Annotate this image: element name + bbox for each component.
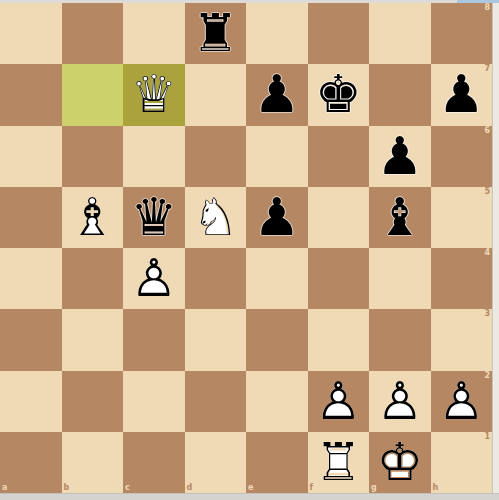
square-c6[interactable] (123, 126, 185, 187)
square-d7[interactable] (185, 64, 247, 125)
white-king[interactable]: ♚♔ (369, 432, 431, 493)
square-c3[interactable] (123, 309, 185, 370)
square-a8[interactable] (0, 3, 62, 64)
square-a1[interactable]: a (0, 432, 62, 493)
rank-label-6: 6 (484, 127, 490, 135)
file-label-e: e (248, 484, 253, 492)
square-a6[interactable] (0, 126, 62, 187)
square-e6[interactable] (246, 126, 308, 187)
white-bishop[interactable]: ♝♗ (62, 187, 124, 248)
square-e5[interactable]: ♟ (246, 187, 308, 248)
square-d3[interactable] (185, 309, 247, 370)
square-h8[interactable]: 8 (431, 3, 493, 64)
rank-label-4: 4 (484, 249, 490, 257)
square-g1[interactable]: g♚♔ (369, 432, 431, 493)
square-a7[interactable] (0, 64, 62, 125)
square-e7[interactable]: ♟ (246, 64, 308, 125)
white-pawn[interactable]: ♟♙ (431, 371, 493, 432)
bottom-strip (0, 493, 499, 500)
square-a5[interactable] (0, 187, 62, 248)
rank-label-5: 5 (484, 188, 490, 196)
rank-label-8: 8 (484, 4, 490, 12)
square-d8[interactable]: ♜ (185, 3, 247, 64)
file-label-b: b (64, 484, 70, 492)
square-f5[interactable] (308, 187, 370, 248)
black-pawn[interactable]: ♟ (431, 64, 493, 125)
white-pawn[interactable]: ♟♙ (123, 248, 185, 309)
square-c7[interactable]: ♛♕ (123, 64, 185, 125)
chess-board: ♜8♛♕♟♚7♟♟6♝♗♛♞♘♟♝5♟♙43♟♙♟♙2♟♙abcdef♜♖g♚♔… (0, 3, 492, 493)
square-f4[interactable] (308, 248, 370, 309)
black-bishop[interactable]: ♝ (369, 187, 431, 248)
square-g6[interactable]: ♟ (369, 126, 431, 187)
square-b6[interactable] (62, 126, 124, 187)
black-queen[interactable]: ♛ (123, 187, 185, 248)
square-g2[interactable]: ♟♙ (369, 371, 431, 432)
black-rook[interactable]: ♜ (185, 3, 247, 64)
rank-label-3: 3 (484, 310, 490, 318)
file-label-c: c (125, 484, 130, 492)
black-pawn[interactable]: ♟ (246, 187, 308, 248)
black-pawn[interactable]: ♟ (246, 64, 308, 125)
square-f7[interactable]: ♚ (308, 64, 370, 125)
black-king[interactable]: ♚ (308, 64, 370, 125)
square-e4[interactable] (246, 248, 308, 309)
white-queen[interactable]: ♛♕ (123, 64, 185, 125)
square-h1[interactable]: 1h (431, 432, 493, 493)
square-e3[interactable] (246, 309, 308, 370)
page: ♜8♛♕♟♚7♟♟6♝♗♛♞♘♟♝5♟♙43♟♙♟♙2♟♙abcdef♜♖g♚♔… (0, 0, 499, 500)
square-g4[interactable] (369, 248, 431, 309)
square-c8[interactable] (123, 3, 185, 64)
file-label-d: d (187, 484, 193, 492)
square-h4[interactable]: 4 (431, 248, 493, 309)
rank-label-1: 1 (484, 433, 490, 441)
square-c2[interactable] (123, 371, 185, 432)
square-f6[interactable] (308, 126, 370, 187)
square-h7[interactable]: 7♟ (431, 64, 493, 125)
white-knight[interactable]: ♞♘ (185, 187, 247, 248)
square-a3[interactable] (0, 309, 62, 370)
square-b7[interactable] (62, 64, 124, 125)
square-h5[interactable]: 5 (431, 187, 493, 248)
square-f1[interactable]: f♜♖ (308, 432, 370, 493)
square-b4[interactable] (62, 248, 124, 309)
square-d1[interactable]: d (185, 432, 247, 493)
white-pawn[interactable]: ♟♙ (369, 371, 431, 432)
right-gutter (492, 3, 499, 493)
square-h3[interactable]: 3 (431, 309, 493, 370)
square-f3[interactable] (308, 309, 370, 370)
square-b8[interactable] (62, 3, 124, 64)
square-d5[interactable]: ♞♘ (185, 187, 247, 248)
square-a4[interactable] (0, 248, 62, 309)
square-b3[interactable] (62, 309, 124, 370)
file-label-a: a (2, 484, 7, 492)
square-c4[interactable]: ♟♙ (123, 248, 185, 309)
square-d4[interactable] (185, 248, 247, 309)
square-g3[interactable] (369, 309, 431, 370)
square-e8[interactable] (246, 3, 308, 64)
square-d6[interactable] (185, 126, 247, 187)
square-b2[interactable] (62, 371, 124, 432)
square-b5[interactable]: ♝♗ (62, 187, 124, 248)
square-d2[interactable] (185, 371, 247, 432)
square-f2[interactable]: ♟♙ (308, 371, 370, 432)
square-c1[interactable]: c (123, 432, 185, 493)
square-g7[interactable] (369, 64, 431, 125)
square-h6[interactable]: 6 (431, 126, 493, 187)
square-g5[interactable]: ♝ (369, 187, 431, 248)
square-g8[interactable] (369, 3, 431, 64)
square-e1[interactable]: e (246, 432, 308, 493)
square-e2[interactable] (246, 371, 308, 432)
square-c5[interactable]: ♛ (123, 187, 185, 248)
square-f8[interactable] (308, 3, 370, 64)
white-rook[interactable]: ♜♖ (308, 432, 370, 493)
black-pawn[interactable]: ♟ (369, 126, 431, 187)
file-label-h: h (433, 484, 439, 492)
white-pawn[interactable]: ♟♙ (308, 371, 370, 432)
square-a2[interactable] (0, 371, 62, 432)
square-b1[interactable]: b (62, 432, 124, 493)
square-h2[interactable]: 2♟♙ (431, 371, 493, 432)
